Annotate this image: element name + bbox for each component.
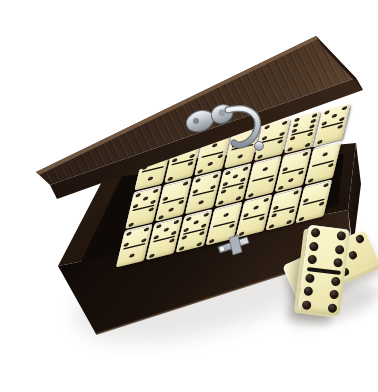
lid-latch-hook-icon	[183, 102, 263, 151]
domino-set-product-photo	[0, 0, 378, 392]
front-catch-icon	[218, 235, 249, 255]
